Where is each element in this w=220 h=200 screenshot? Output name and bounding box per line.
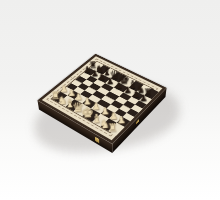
black-pawn: ♟ (139, 94, 148, 104)
white-pawn: ♟ (117, 115, 126, 125)
brass-clasp (95, 136, 99, 143)
black-pawn: ♟ (98, 73, 106, 82)
white-rook: ♜ (108, 123, 118, 134)
product-photo-scene: ♜♞♝♛♚♝♞♜♟♟♟♟♟♟♟♟♟♟♟♟♟♟♟♟♜♞♝♛♚♝♞♜ (0, 0, 220, 200)
black-pawn: ♟ (115, 81, 123, 90)
black-pawn: ♟ (106, 77, 114, 86)
brass-hinge (136, 119, 139, 125)
